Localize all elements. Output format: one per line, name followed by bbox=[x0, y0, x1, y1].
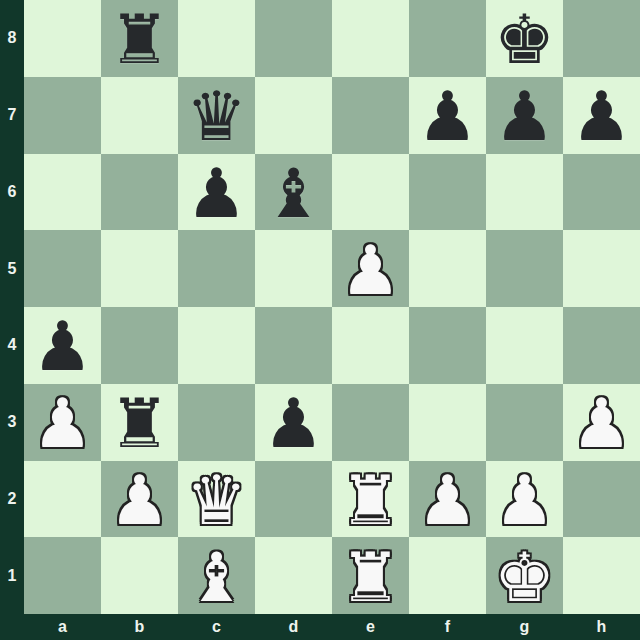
square-e7[interactable] bbox=[332, 77, 409, 154]
square-g8[interactable]: ♚ bbox=[486, 0, 563, 77]
square-a5[interactable] bbox=[24, 230, 101, 307]
square-c2[interactable]: ♛ bbox=[178, 461, 255, 538]
file-label-d: d bbox=[255, 614, 332, 640]
rank-label-7: 7 bbox=[0, 77, 24, 154]
square-e6[interactable] bbox=[332, 154, 409, 231]
rank-label-1: 1 bbox=[0, 537, 24, 614]
square-h5[interactable] bbox=[563, 230, 640, 307]
black-pawn[interactable]: ♟ bbox=[494, 83, 555, 151]
square-f2[interactable]: ♟ bbox=[409, 461, 486, 538]
rank-label-3: 3 bbox=[0, 384, 24, 461]
square-c5[interactable] bbox=[178, 230, 255, 307]
file-label-c: c bbox=[178, 614, 255, 640]
square-b4[interactable] bbox=[101, 307, 178, 384]
white-rook[interactable]: ♜ bbox=[340, 467, 401, 535]
white-rook[interactable]: ♜ bbox=[340, 544, 401, 612]
white-pawn[interactable]: ♟ bbox=[494, 467, 555, 535]
file-label-g: g bbox=[486, 614, 563, 640]
square-d4[interactable] bbox=[255, 307, 332, 384]
white-pawn[interactable]: ♟ bbox=[340, 237, 401, 305]
white-pawn[interactable]: ♟ bbox=[109, 467, 170, 535]
black-pawn[interactable]: ♟ bbox=[417, 83, 478, 151]
square-e3[interactable] bbox=[332, 384, 409, 461]
square-d6[interactable]: ♝ bbox=[255, 154, 332, 231]
white-pawn[interactable]: ♟ bbox=[571, 390, 632, 458]
square-f1[interactable] bbox=[409, 537, 486, 614]
square-c1[interactable]: ♝ bbox=[178, 537, 255, 614]
square-g3[interactable] bbox=[486, 384, 563, 461]
square-h7[interactable]: ♟ bbox=[563, 77, 640, 154]
white-queen[interactable]: ♛ bbox=[186, 467, 247, 535]
square-d3[interactable]: ♟ bbox=[255, 384, 332, 461]
square-b3[interactable]: ♜ bbox=[101, 384, 178, 461]
square-a3[interactable]: ♟ bbox=[24, 384, 101, 461]
square-h2[interactable] bbox=[563, 461, 640, 538]
square-b7[interactable] bbox=[101, 77, 178, 154]
square-f7[interactable]: ♟ bbox=[409, 77, 486, 154]
square-h8[interactable] bbox=[563, 0, 640, 77]
black-pawn[interactable]: ♟ bbox=[263, 390, 324, 458]
square-g7[interactable]: ♟ bbox=[486, 77, 563, 154]
file-label-f: f bbox=[409, 614, 486, 640]
black-pawn[interactable]: ♟ bbox=[571, 83, 632, 151]
black-bishop[interactable]: ♝ bbox=[263, 160, 324, 228]
square-d5[interactable] bbox=[255, 230, 332, 307]
square-b5[interactable] bbox=[101, 230, 178, 307]
square-a1[interactable] bbox=[24, 537, 101, 614]
chess-board: ♜♚♛♟♟♟♟♝♟♟♟♜♟♟♟♛♜♟♟♝♜♚ bbox=[24, 0, 640, 614]
square-f6[interactable] bbox=[409, 154, 486, 231]
rank-label-4: 4 bbox=[0, 307, 24, 384]
square-f3[interactable] bbox=[409, 384, 486, 461]
square-g2[interactable]: ♟ bbox=[486, 461, 563, 538]
square-c6[interactable]: ♟ bbox=[178, 154, 255, 231]
square-g5[interactable] bbox=[486, 230, 563, 307]
black-king[interactable]: ♚ bbox=[494, 6, 555, 74]
square-g1[interactable]: ♚ bbox=[486, 537, 563, 614]
square-g6[interactable] bbox=[486, 154, 563, 231]
square-e5[interactable]: ♟ bbox=[332, 230, 409, 307]
rank-label-6: 6 bbox=[0, 154, 24, 231]
white-pawn[interactable]: ♟ bbox=[417, 467, 478, 535]
square-a6[interactable] bbox=[24, 154, 101, 231]
black-pawn[interactable]: ♟ bbox=[32, 313, 93, 381]
square-b2[interactable]: ♟ bbox=[101, 461, 178, 538]
square-d1[interactable] bbox=[255, 537, 332, 614]
square-e1[interactable]: ♜ bbox=[332, 537, 409, 614]
square-h6[interactable] bbox=[563, 154, 640, 231]
square-d2[interactable] bbox=[255, 461, 332, 538]
square-d8[interactable] bbox=[255, 0, 332, 77]
file-label-e: e bbox=[332, 614, 409, 640]
black-pawn[interactable]: ♟ bbox=[186, 160, 247, 228]
square-b1[interactable] bbox=[101, 537, 178, 614]
file-label-b: b bbox=[101, 614, 178, 640]
white-pawn[interactable]: ♟ bbox=[32, 390, 93, 458]
file-label-h: h bbox=[563, 614, 640, 640]
square-f8[interactable] bbox=[409, 0, 486, 77]
square-a8[interactable] bbox=[24, 0, 101, 77]
square-e4[interactable] bbox=[332, 307, 409, 384]
square-b8[interactable]: ♜ bbox=[101, 0, 178, 77]
square-e8[interactable] bbox=[332, 0, 409, 77]
square-a4[interactable]: ♟ bbox=[24, 307, 101, 384]
square-h1[interactable] bbox=[563, 537, 640, 614]
square-c8[interactable] bbox=[178, 0, 255, 77]
rank-label-5: 5 bbox=[0, 230, 24, 307]
white-bishop[interactable]: ♝ bbox=[186, 544, 247, 612]
black-queen[interactable]: ♛ bbox=[186, 83, 247, 151]
rank-label-8: 8 bbox=[0, 0, 24, 77]
square-h3[interactable]: ♟ bbox=[563, 384, 640, 461]
black-rook[interactable]: ♜ bbox=[109, 390, 170, 458]
square-c7[interactable]: ♛ bbox=[178, 77, 255, 154]
square-a7[interactable] bbox=[24, 77, 101, 154]
square-d7[interactable] bbox=[255, 77, 332, 154]
square-h4[interactable] bbox=[563, 307, 640, 384]
square-g4[interactable] bbox=[486, 307, 563, 384]
chess-app: 87654321 ♜♚♛♟♟♟♟♝♟♟♟♜♟♟♟♛♜♟♟♝♜♚ abcdefgh bbox=[0, 0, 640, 640]
white-king[interactable]: ♚ bbox=[494, 544, 555, 612]
square-a2[interactable] bbox=[24, 461, 101, 538]
square-c3[interactable] bbox=[178, 384, 255, 461]
file-label-a: a bbox=[24, 614, 101, 640]
square-b6[interactable] bbox=[101, 154, 178, 231]
square-e2[interactable]: ♜ bbox=[332, 461, 409, 538]
square-f4[interactable] bbox=[409, 307, 486, 384]
rank-label-2: 2 bbox=[0, 461, 24, 538]
square-c4[interactable] bbox=[178, 307, 255, 384]
black-rook[interactable]: ♜ bbox=[109, 6, 170, 74]
square-f5[interactable] bbox=[409, 230, 486, 307]
